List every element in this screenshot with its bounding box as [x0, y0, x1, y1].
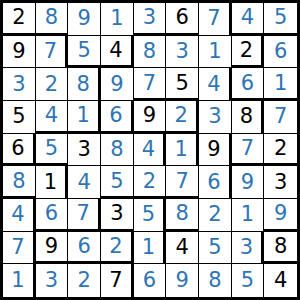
cell-r3c1[interactable]: 3	[3, 68, 36, 101]
cell-r1c3[interactable]: 9	[68, 3, 101, 36]
cell-r9c2[interactable]: 3	[36, 264, 69, 297]
cell-r4c2[interactable]: 4	[36, 101, 69, 134]
cell-r7c3[interactable]: 7	[68, 199, 101, 232]
cell-r8c9[interactable]: 8	[264, 232, 297, 265]
cell-r1c9[interactable]: 5	[264, 3, 297, 36]
cell-r4c4[interactable]: 6	[101, 101, 134, 134]
cell-r9c8[interactable]: 5	[232, 264, 265, 297]
cell-r1c6[interactable]: 6	[166, 3, 199, 36]
cell-r6c2[interactable]: 1	[36, 166, 69, 199]
cell-r3c4[interactable]: 9	[101, 68, 134, 101]
cell-r5c1[interactable]: 6	[3, 134, 36, 167]
cell-r8c7[interactable]: 5	[199, 232, 232, 265]
cell-r7c1[interactable]: 4	[3, 199, 36, 232]
cell-r4c1[interactable]: 5	[3, 101, 36, 134]
cell-r7c5[interactable]: 5	[134, 199, 167, 232]
cell-r3c9[interactable]: 1	[264, 68, 297, 101]
cell-r9c1[interactable]: 1	[3, 264, 36, 297]
cell-r9c4[interactable]: 7	[101, 264, 134, 297]
sudoku-board: 2891367459754831263289754615416923876538…	[0, 0, 300, 300]
cell-r2c3[interactable]: 5	[68, 36, 101, 69]
cell-r7c8[interactable]: 1	[232, 199, 265, 232]
cell-r5c9[interactable]: 2	[264, 134, 297, 167]
cell-r9c3[interactable]: 2	[68, 264, 101, 297]
cell-r9c7[interactable]: 8	[199, 264, 232, 297]
cell-r1c7[interactable]: 7	[199, 3, 232, 36]
cell-r8c5[interactable]: 1	[134, 232, 167, 265]
cell-r9c9[interactable]: 4	[264, 264, 297, 297]
cell-r8c4[interactable]: 2	[101, 232, 134, 265]
cell-r5c5[interactable]: 4	[134, 134, 167, 167]
cell-r6c7[interactable]: 6	[199, 166, 232, 199]
cell-r5c7[interactable]: 9	[199, 134, 232, 167]
cell-r9c5[interactable]: 6	[134, 264, 167, 297]
cell-r2c1[interactable]: 9	[3, 36, 36, 69]
cell-r4c8[interactable]: 8	[232, 101, 265, 134]
cell-r5c4[interactable]: 8	[101, 134, 134, 167]
cell-r2c2[interactable]: 7	[36, 36, 69, 69]
cell-r5c3[interactable]: 3	[68, 134, 101, 167]
cell-r4c6[interactable]: 2	[166, 101, 199, 134]
cell-r3c3[interactable]: 8	[68, 68, 101, 101]
cell-r4c7[interactable]: 3	[199, 101, 232, 134]
cell-r7c7[interactable]: 2	[199, 199, 232, 232]
cell-r8c6[interactable]: 4	[166, 232, 199, 265]
cell-r1c4[interactable]: 1	[101, 3, 134, 36]
cell-r3c7[interactable]: 4	[199, 68, 232, 101]
cell-r4c5[interactable]: 9	[134, 101, 167, 134]
cell-r8c1[interactable]: 7	[3, 232, 36, 265]
cell-r4c9[interactable]: 7	[264, 101, 297, 134]
cell-r2c4[interactable]: 4	[101, 36, 134, 69]
cell-r3c2[interactable]: 2	[36, 68, 69, 101]
cell-r2c6[interactable]: 3	[166, 36, 199, 69]
cell-r7c2[interactable]: 6	[36, 199, 69, 232]
cell-r6c9[interactable]: 3	[264, 166, 297, 199]
cell-r5c8[interactable]: 7	[232, 134, 265, 167]
cell-r7c9[interactable]: 9	[264, 199, 297, 232]
cell-r9c6[interactable]: 9	[166, 264, 199, 297]
cell-r8c2[interactable]: 9	[36, 232, 69, 265]
cell-r1c2[interactable]: 8	[36, 3, 69, 36]
cell-r6c8[interactable]: 9	[232, 166, 265, 199]
cell-r2c9[interactable]: 6	[264, 36, 297, 69]
cell-r2c5[interactable]: 8	[134, 36, 167, 69]
cell-r8c8[interactable]: 3	[232, 232, 265, 265]
cell-r3c5[interactable]: 7	[134, 68, 167, 101]
cell-r1c5[interactable]: 3	[134, 3, 167, 36]
cell-r8c3[interactable]: 6	[68, 232, 101, 265]
cell-r4c3[interactable]: 1	[68, 101, 101, 134]
cell-r1c8[interactable]: 4	[232, 3, 265, 36]
cell-r3c8[interactable]: 6	[232, 68, 265, 101]
cell-r5c6[interactable]: 1	[166, 134, 199, 167]
cell-r2c8[interactable]: 2	[232, 36, 265, 69]
cell-r6c5[interactable]: 2	[134, 166, 167, 199]
cell-r1c1[interactable]: 2	[3, 3, 36, 36]
cell-r5c2[interactable]: 5	[36, 134, 69, 167]
cell-r3c6[interactable]: 5	[166, 68, 199, 101]
cell-r7c6[interactable]: 8	[166, 199, 199, 232]
cell-r6c6[interactable]: 7	[166, 166, 199, 199]
cell-r6c4[interactable]: 5	[101, 166, 134, 199]
cell-r6c3[interactable]: 4	[68, 166, 101, 199]
cell-r6c1[interactable]: 8	[3, 166, 36, 199]
cell-r2c7[interactable]: 1	[199, 36, 232, 69]
cell-r7c4[interactable]: 3	[101, 199, 134, 232]
